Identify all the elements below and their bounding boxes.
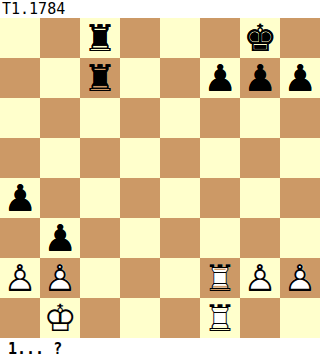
square-b4[interactable] [40, 178, 80, 218]
black-pawn[interactable]: ♟♟ [240, 58, 280, 98]
white-pawn-glyph: ♙ [40, 258, 80, 298]
chess-board: ♜♜♚♚♜♜♟♟♟♟♟♟♟♟♟♟♟♙♟♙♜♖♟♙♟♙♚♔♜♖ [0, 18, 320, 338]
square-g8[interactable]: ♚♚ [240, 18, 280, 58]
square-h2[interactable]: ♟♙ [280, 258, 320, 298]
square-h8[interactable] [280, 18, 320, 58]
black-pawn[interactable]: ♟♟ [40, 218, 80, 258]
square-f6[interactable] [200, 98, 240, 138]
square-c3[interactable] [80, 218, 120, 258]
black-pawn-glyph: ♟ [0, 178, 40, 218]
white-pawn[interactable]: ♟♙ [0, 258, 40, 298]
square-a5[interactable] [0, 138, 40, 178]
square-f3[interactable] [200, 218, 240, 258]
square-d5[interactable] [120, 138, 160, 178]
square-g5[interactable] [240, 138, 280, 178]
square-c1[interactable] [80, 298, 120, 338]
square-b1[interactable]: ♚♔ [40, 298, 80, 338]
square-g4[interactable] [240, 178, 280, 218]
square-g6[interactable] [240, 98, 280, 138]
black-king[interactable]: ♚♚ [240, 18, 280, 58]
black-king-glyph: ♚ [240, 18, 280, 58]
square-h7[interactable]: ♟♟ [280, 58, 320, 98]
square-c4[interactable] [80, 178, 120, 218]
square-f4[interactable] [200, 178, 240, 218]
puzzle-title: T1.1784 [0, 0, 320, 18]
white-king[interactable]: ♚♔ [40, 298, 80, 338]
white-pawn[interactable]: ♟♙ [40, 258, 80, 298]
black-pawn[interactable]: ♟♟ [280, 58, 320, 98]
square-d7[interactable] [120, 58, 160, 98]
move-prompt: 1... ? [0, 338, 320, 360]
square-a1[interactable] [0, 298, 40, 338]
square-f7[interactable]: ♟♟ [200, 58, 240, 98]
white-rook[interactable]: ♜♖ [200, 298, 240, 338]
square-g2[interactable]: ♟♙ [240, 258, 280, 298]
square-d1[interactable] [120, 298, 160, 338]
white-king-glyph: ♔ [40, 298, 80, 338]
black-pawn[interactable]: ♟♟ [200, 58, 240, 98]
black-pawn-glyph: ♟ [40, 218, 80, 258]
square-f2[interactable]: ♜♖ [200, 258, 240, 298]
square-d8[interactable] [120, 18, 160, 58]
square-h5[interactable] [280, 138, 320, 178]
square-h1[interactable] [280, 298, 320, 338]
square-e6[interactable] [160, 98, 200, 138]
square-e7[interactable] [160, 58, 200, 98]
square-d4[interactable] [120, 178, 160, 218]
black-rook[interactable]: ♜♜ [80, 58, 120, 98]
square-g3[interactable] [240, 218, 280, 258]
square-h3[interactable] [280, 218, 320, 258]
square-e4[interactable] [160, 178, 200, 218]
black-pawn-glyph: ♟ [200, 58, 240, 98]
square-f5[interactable] [200, 138, 240, 178]
white-pawn[interactable]: ♟♙ [240, 258, 280, 298]
square-c8[interactable]: ♜♜ [80, 18, 120, 58]
square-e2[interactable] [160, 258, 200, 298]
square-c6[interactable] [80, 98, 120, 138]
white-rook-glyph: ♖ [200, 298, 240, 338]
white-rook[interactable]: ♜♖ [200, 258, 240, 298]
square-e8[interactable] [160, 18, 200, 58]
black-rook-glyph: ♜ [80, 58, 120, 98]
square-a8[interactable] [0, 18, 40, 58]
square-a2[interactable]: ♟♙ [0, 258, 40, 298]
square-h4[interactable] [280, 178, 320, 218]
square-g1[interactable] [240, 298, 280, 338]
black-rook-glyph: ♜ [80, 18, 120, 58]
chess-puzzle-window: T1.1784 ♜♜♚♚♜♜♟♟♟♟♟♟♟♟♟♟♟♙♟♙♜♖♟♙♟♙♚♔♜♖ 1… [0, 0, 320, 360]
square-b2[interactable]: ♟♙ [40, 258, 80, 298]
square-b8[interactable] [40, 18, 80, 58]
square-a7[interactable] [0, 58, 40, 98]
square-b7[interactable] [40, 58, 80, 98]
square-c2[interactable] [80, 258, 120, 298]
square-f8[interactable] [200, 18, 240, 58]
square-g7[interactable]: ♟♟ [240, 58, 280, 98]
white-rook-glyph: ♖ [200, 258, 240, 298]
white-pawn-glyph: ♙ [280, 258, 320, 298]
square-d2[interactable] [120, 258, 160, 298]
square-b5[interactable] [40, 138, 80, 178]
square-e1[interactable] [160, 298, 200, 338]
square-a6[interactable] [0, 98, 40, 138]
square-c5[interactable] [80, 138, 120, 178]
black-pawn-glyph: ♟ [240, 58, 280, 98]
white-pawn-glyph: ♙ [0, 258, 40, 298]
square-d3[interactable] [120, 218, 160, 258]
square-e5[interactable] [160, 138, 200, 178]
black-rook[interactable]: ♜♜ [80, 18, 120, 58]
square-h6[interactable] [280, 98, 320, 138]
square-c7[interactable]: ♜♜ [80, 58, 120, 98]
square-b3[interactable]: ♟♟ [40, 218, 80, 258]
black-pawn-glyph: ♟ [280, 58, 320, 98]
square-e3[interactable] [160, 218, 200, 258]
white-pawn[interactable]: ♟♙ [280, 258, 320, 298]
square-f1[interactable]: ♜♖ [200, 298, 240, 338]
square-d6[interactable] [120, 98, 160, 138]
black-pawn[interactable]: ♟♟ [0, 178, 40, 218]
square-a4[interactable]: ♟♟ [0, 178, 40, 218]
square-b6[interactable] [40, 98, 80, 138]
square-a3[interactable] [0, 218, 40, 258]
white-pawn-glyph: ♙ [240, 258, 280, 298]
